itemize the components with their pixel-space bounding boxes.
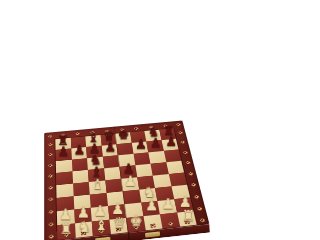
- rosette-ornament-icon: [119, 127, 125, 131]
- rosette-ornament-icon: [89, 130, 95, 134]
- rosette-ornament-icon: [162, 123, 169, 127]
- board-frame: ♜♝♛♚♞♜♟♟♟♟♟♟♟♞♝♟♝♟♞♟♟♟♟♟♟♟♜♞♝♛♚♜: [44, 120, 209, 150]
- rosette-ornament-icon: [148, 125, 155, 129]
- square-h7: ♟: [161, 139, 178, 150]
- square-d7: ♟: [101, 144, 118, 150]
- rosette-ornament-icon: [133, 126, 139, 130]
- rosette-ornament-icon: [175, 122, 182, 126]
- chessboard: ♜♝♛♚♞♜♟♟♟♟♟♟♟♞♝♟♝♟♞♟♟♟♟♟♟♟♜♞♝♛♚♜: [44, 120, 209, 150]
- square-b7: ♟: [71, 147, 87, 150]
- rosette-ornament-icon: [75, 131, 81, 135]
- rosette-ornament-icon: [177, 130, 184, 134]
- square-a7: ♟: [56, 149, 72, 150]
- rosette-ornament-icon: [47, 142, 53, 147]
- rosette-ornament-icon: [47, 134, 53, 138]
- product-photo-scene: ♜♝♛♚♞♜♟♟♟♟♟♟♟♞♝♟♝♟♞♟♟♟♟♟♟♟♜♞♝♛♚♜: [0, 0, 240, 150]
- square-e8: ♚: [115, 132, 131, 144]
- rosette-ornament-icon: [104, 129, 110, 133]
- rosette-ornament-icon: [179, 140, 186, 145]
- photo-highlight-fade: [230, 0, 240, 85]
- square-h8: ♜: [159, 128, 176, 140]
- rosette-ornament-icon: [60, 133, 66, 137]
- square-c7: ♟: [86, 146, 102, 150]
